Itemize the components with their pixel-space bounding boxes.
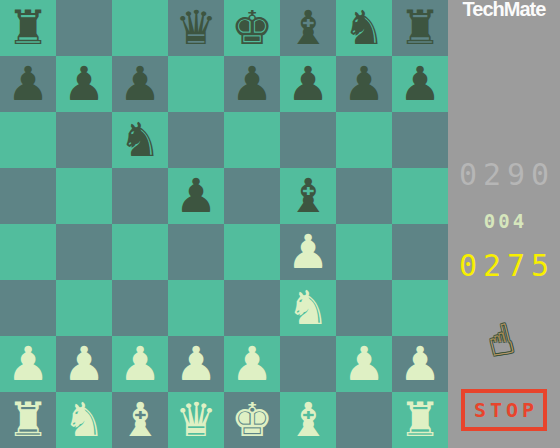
square-h5[interactable] bbox=[392, 168, 448, 224]
black-rook-h8[interactable]: ♜ bbox=[399, 0, 441, 56]
chess-board: ♜♛♚♝♞♜♟♟♟♟♟♟♟♞♟♝♟♞♟♟♟♟♟♟♟♜♞♝♛♚♝♜ bbox=[0, 0, 448, 448]
square-f5[interactable]: ♝ bbox=[280, 168, 336, 224]
white-pawn-b2[interactable]: ♟ bbox=[63, 336, 105, 392]
black-pawn-h7[interactable]: ♟ bbox=[399, 56, 441, 112]
square-c8[interactable] bbox=[112, 0, 168, 56]
black-rook-a8[interactable]: ♜ bbox=[7, 0, 49, 56]
stop-button-label: STOP bbox=[470, 398, 538, 422]
white-queen-d1[interactable]: ♛ bbox=[175, 392, 217, 448]
square-e1[interactable]: ♚ bbox=[224, 392, 280, 448]
square-d6[interactable] bbox=[168, 112, 224, 168]
square-c5[interactable] bbox=[112, 168, 168, 224]
white-pawn-c2[interactable]: ♟ bbox=[119, 336, 161, 392]
square-h4[interactable] bbox=[392, 224, 448, 280]
square-d5[interactable]: ♟ bbox=[168, 168, 224, 224]
square-f4[interactable]: ♟ bbox=[280, 224, 336, 280]
square-f6[interactable] bbox=[280, 112, 336, 168]
square-f7[interactable]: ♟ bbox=[280, 56, 336, 112]
square-a7[interactable]: ♟ bbox=[0, 56, 56, 112]
square-a2[interactable]: ♟ bbox=[0, 336, 56, 392]
white-knight-f3[interactable]: ♞ bbox=[287, 280, 329, 336]
square-a3[interactable] bbox=[0, 280, 56, 336]
square-f3[interactable]: ♞ bbox=[280, 280, 336, 336]
square-e7[interactable]: ♟ bbox=[224, 56, 280, 112]
black-pawn-e7[interactable]: ♟ bbox=[231, 56, 273, 112]
square-b1[interactable]: ♞ bbox=[56, 392, 112, 448]
square-d4[interactable] bbox=[168, 224, 224, 280]
white-rook-h1[interactable]: ♜ bbox=[399, 392, 441, 448]
white-pawn-g2[interactable]: ♟ bbox=[343, 336, 385, 392]
white-rook-a1[interactable]: ♜ bbox=[7, 392, 49, 448]
app-title: TechMate bbox=[448, 0, 560, 21]
square-b8[interactable] bbox=[56, 0, 112, 56]
white-king-e1[interactable]: ♚ bbox=[231, 392, 273, 448]
square-e5[interactable] bbox=[224, 168, 280, 224]
square-c2[interactable]: ♟ bbox=[112, 336, 168, 392]
square-h3[interactable] bbox=[392, 280, 448, 336]
black-pawn-c7[interactable]: ♟ bbox=[119, 56, 161, 112]
square-c6[interactable]: ♞ bbox=[112, 112, 168, 168]
square-b6[interactable] bbox=[56, 112, 112, 168]
square-e6[interactable] bbox=[224, 112, 280, 168]
square-a5[interactable] bbox=[0, 168, 56, 224]
black-bishop-f5[interactable]: ♝ bbox=[287, 168, 329, 224]
pointing-hand-icon: ☝ bbox=[483, 318, 518, 365]
square-d2[interactable]: ♟ bbox=[168, 336, 224, 392]
square-h6[interactable] bbox=[392, 112, 448, 168]
white-pawn-h2[interactable]: ♟ bbox=[399, 336, 441, 392]
square-b2[interactable]: ♟ bbox=[56, 336, 112, 392]
white-pawn-e2[interactable]: ♟ bbox=[231, 336, 273, 392]
black-king-e8[interactable]: ♚ bbox=[231, 0, 273, 56]
square-c7[interactable]: ♟ bbox=[112, 56, 168, 112]
square-g6[interactable] bbox=[336, 112, 392, 168]
techmate-chess-app: ♜♛♚♝♞♜♟♟♟♟♟♟♟♞♟♝♟♞♟♟♟♟♟♟♟♜♞♝♛♚♝♜ TechMat… bbox=[0, 0, 560, 448]
black-pawn-f7[interactable]: ♟ bbox=[287, 56, 329, 112]
square-e8[interactable]: ♚ bbox=[224, 0, 280, 56]
square-h7[interactable]: ♟ bbox=[392, 56, 448, 112]
black-knight-g8[interactable]: ♞ bbox=[343, 0, 385, 56]
move-counter-display: 004 bbox=[448, 210, 560, 232]
square-b5[interactable] bbox=[56, 168, 112, 224]
white-pawn-a2[interactable]: ♟ bbox=[7, 336, 49, 392]
black-queen-d8[interactable]: ♛ bbox=[175, 0, 217, 56]
square-g2[interactable]: ♟ bbox=[336, 336, 392, 392]
square-e3[interactable] bbox=[224, 280, 280, 336]
square-f8[interactable]: ♝ bbox=[280, 0, 336, 56]
white-knight-b1[interactable]: ♞ bbox=[63, 392, 105, 448]
square-b3[interactable] bbox=[56, 280, 112, 336]
square-d1[interactable]: ♛ bbox=[168, 392, 224, 448]
square-e4[interactable] bbox=[224, 224, 280, 280]
square-d8[interactable]: ♛ bbox=[168, 0, 224, 56]
black-knight-c6[interactable]: ♞ bbox=[119, 112, 161, 168]
black-bishop-f8[interactable]: ♝ bbox=[287, 0, 329, 56]
square-c3[interactable] bbox=[112, 280, 168, 336]
square-d7[interactable] bbox=[168, 56, 224, 112]
square-f1[interactable]: ♝ bbox=[280, 392, 336, 448]
white-clock-display: 0290 bbox=[448, 160, 560, 190]
square-g3[interactable] bbox=[336, 280, 392, 336]
square-b4[interactable] bbox=[56, 224, 112, 280]
square-g1[interactable] bbox=[336, 392, 392, 448]
active-clock-display: 0275 bbox=[448, 251, 560, 281]
square-h2[interactable]: ♟ bbox=[392, 336, 448, 392]
square-h1[interactable]: ♜ bbox=[392, 392, 448, 448]
white-bishop-c1[interactable]: ♝ bbox=[119, 392, 161, 448]
black-pawn-g7[interactable]: ♟ bbox=[343, 56, 385, 112]
white-pawn-d2[interactable]: ♟ bbox=[175, 336, 217, 392]
square-f2[interactable] bbox=[280, 336, 336, 392]
square-a4[interactable] bbox=[0, 224, 56, 280]
square-b7[interactable]: ♟ bbox=[56, 56, 112, 112]
square-a1[interactable]: ♜ bbox=[0, 392, 56, 448]
square-g4[interactable] bbox=[336, 224, 392, 280]
black-pawn-b7[interactable]: ♟ bbox=[63, 56, 105, 112]
black-pawn-a7[interactable]: ♟ bbox=[7, 56, 49, 112]
square-g7[interactable]: ♟ bbox=[336, 56, 392, 112]
black-pawn-d5[interactable]: ♟ bbox=[175, 168, 217, 224]
square-a8[interactable]: ♜ bbox=[0, 0, 56, 56]
stop-button[interactable]: STOP bbox=[461, 389, 547, 431]
square-g8[interactable]: ♞ bbox=[336, 0, 392, 56]
square-c1[interactable]: ♝ bbox=[112, 392, 168, 448]
square-e2[interactable]: ♟ bbox=[224, 336, 280, 392]
square-g5[interactable] bbox=[336, 168, 392, 224]
square-c4[interactable] bbox=[112, 224, 168, 280]
white-bishop-f1[interactable]: ♝ bbox=[287, 392, 329, 448]
square-h8[interactable]: ♜ bbox=[392, 0, 448, 56]
square-a6[interactable] bbox=[0, 112, 56, 168]
square-d3[interactable] bbox=[168, 280, 224, 336]
sidebar: TechMate 0290 004 0275 ☝ STOP bbox=[448, 0, 560, 448]
white-pawn-f4[interactable]: ♟ bbox=[287, 224, 329, 280]
